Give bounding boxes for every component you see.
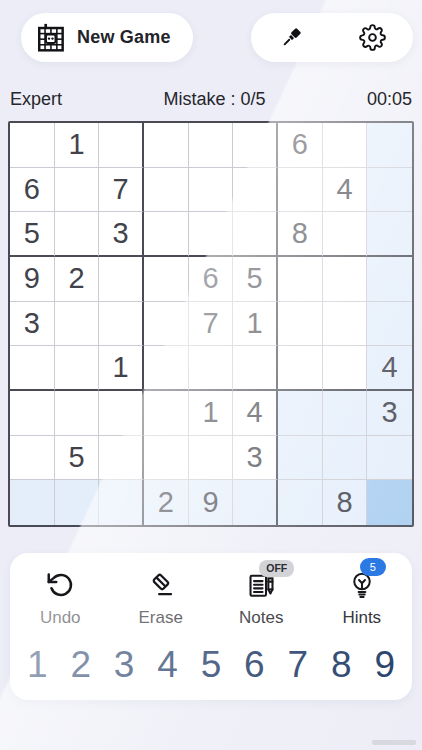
cell-r1c9[interactable] — [367, 123, 412, 168]
numpad-4[interactable]: 4 — [157, 644, 178, 686]
erase-label: Erase — [139, 608, 183, 628]
timer: 00:05 — [367, 89, 412, 110]
cell-r9c5[interactable]: 9 — [189, 480, 234, 525]
cell-r2c1[interactable]: 6 — [10, 168, 55, 213]
cell-r5c2[interactable] — [55, 302, 100, 347]
cell-r6c7[interactable] — [278, 346, 323, 391]
cell-r5c8[interactable] — [323, 302, 368, 347]
cell-r9c4[interactable]: 2 — [144, 480, 189, 525]
cell-r7c5[interactable]: 1 — [189, 391, 234, 436]
cell-r7c4[interactable] — [144, 391, 189, 436]
hints-button[interactable]: 5 Hints — [312, 569, 413, 628]
cell-r4c2[interactable]: 2 — [55, 257, 100, 302]
cell-r8c4[interactable] — [144, 436, 189, 481]
sudoku-logo-icon — [37, 23, 66, 52]
cell-r7c8[interactable] — [323, 391, 368, 436]
watermark — [372, 740, 416, 745]
hints-label: Hints — [342, 608, 381, 628]
cell-r5c5[interactable]: 7 — [189, 302, 234, 347]
top-bar: New Game — [0, 0, 422, 62]
cell-r6c9[interactable]: 4 — [367, 346, 412, 391]
numpad-7[interactable]: 7 — [288, 644, 309, 686]
cell-r9c6[interactable] — [233, 480, 278, 525]
cell-r3c3[interactable]: 3 — [99, 212, 144, 257]
cell-r5c6[interactable]: 1 — [233, 302, 278, 347]
cell-r8c6[interactable]: 3 — [233, 436, 278, 481]
cell-r3c7[interactable]: 8 — [278, 212, 323, 257]
cell-r6c8[interactable] — [323, 346, 368, 391]
cell-r3c6[interactable] — [233, 212, 278, 257]
undo-label: Undo — [40, 608, 81, 628]
cell-r2c3[interactable]: 7 — [99, 168, 144, 213]
cell-r1c4[interactable] — [144, 123, 189, 168]
cell-r8c8[interactable] — [323, 436, 368, 481]
new-game-button[interactable]: New Game — [21, 13, 193, 62]
notes-icon: OFF — [244, 569, 278, 601]
cell-r7c6[interactable]: 4 — [233, 391, 278, 436]
cell-r1c2[interactable]: 1 — [55, 123, 100, 168]
erase-button[interactable]: Erase — [111, 569, 212, 628]
cell-r8c5[interactable] — [189, 436, 234, 481]
cell-r5c3[interactable] — [99, 302, 144, 347]
numpad-9[interactable]: 9 — [374, 644, 395, 686]
cell-r4c3[interactable] — [99, 257, 144, 302]
cell-r3c2[interactable] — [55, 212, 100, 257]
cell-r9c1[interactable] — [10, 480, 55, 525]
cell-r4c8[interactable] — [323, 257, 368, 302]
cell-r8c9[interactable] — [367, 436, 412, 481]
cell-r7c2[interactable] — [55, 391, 100, 436]
notes-off-badge: OFF — [259, 560, 294, 577]
cell-r2c7[interactable] — [278, 168, 323, 213]
notes-label: Notes — [239, 608, 283, 628]
mistakes-counter: Mistake : 0/5 — [163, 89, 265, 110]
theme-brush-button[interactable] — [279, 25, 304, 50]
cell-r8c7[interactable] — [278, 436, 323, 481]
cell-r1c8[interactable] — [323, 123, 368, 168]
cell-r8c2[interactable]: 5 — [55, 436, 100, 481]
numpad-row: 123456789 — [10, 628, 412, 692]
cell-r3c8[interactable] — [323, 212, 368, 257]
cell-r9c7[interactable] — [278, 480, 323, 525]
numpad-2[interactable]: 2 — [70, 644, 91, 686]
sudoku-app-screen: New Game Expert Mis — [0, 0, 422, 750]
undo-button[interactable]: Undo — [10, 569, 111, 628]
cell-r1c1[interactable] — [10, 123, 55, 168]
undo-icon — [43, 569, 77, 601]
cell-r2c5[interactable] — [189, 168, 234, 213]
notes-button[interactable]: OFF Notes — [211, 569, 312, 628]
cell-r9c2[interactable] — [55, 480, 100, 525]
cell-r7c3[interactable] — [99, 391, 144, 436]
cell-r4c5[interactable]: 6 — [189, 257, 234, 302]
cell-r2c4[interactable] — [144, 168, 189, 213]
sudoku-board[interactable]: 1667453892653711414353298 — [8, 121, 414, 527]
cell-r1c6[interactable] — [233, 123, 278, 168]
bulb-icon: 5 — [345, 569, 379, 601]
cell-r3c5[interactable] — [189, 212, 234, 257]
cell-r8c3[interactable] — [99, 436, 144, 481]
tools-row: Undo Erase — [10, 569, 412, 628]
cell-r2c2[interactable] — [55, 168, 100, 213]
cell-r4c6[interactable]: 5 — [233, 257, 278, 302]
numpad-5[interactable]: 5 — [201, 644, 222, 686]
cell-r7c9[interactable]: 3 — [367, 391, 412, 436]
numpad-6[interactable]: 6 — [244, 644, 265, 686]
cell-r6c6[interactable] — [233, 346, 278, 391]
cell-r6c4[interactable] — [144, 346, 189, 391]
cell-r9c8[interactable]: 8 — [323, 480, 368, 525]
numpad-1[interactable]: 1 — [27, 644, 48, 686]
cell-r5c7[interactable] — [278, 302, 323, 347]
cell-r4c1[interactable]: 9 — [10, 257, 55, 302]
cell-r4c7[interactable] — [278, 257, 323, 302]
cell-r6c2[interactable] — [55, 346, 100, 391]
cell-r2c9[interactable] — [367, 168, 412, 213]
cell-r6c1[interactable] — [10, 346, 55, 391]
settings-gear-button[interactable] — [359, 24, 386, 51]
cell-r1c7[interactable]: 6 — [278, 123, 323, 168]
cell-r2c6[interactable] — [233, 168, 278, 213]
numpad-8[interactable]: 8 — [331, 644, 352, 686]
cell-r5c9[interactable] — [367, 302, 412, 347]
new-game-label: New Game — [77, 27, 171, 48]
eraser-icon — [144, 569, 178, 601]
cell-r6c3[interactable]: 1 — [99, 346, 144, 391]
status-bar: Expert Mistake : 0/5 00:05 — [10, 89, 412, 110]
cell-r4c4[interactable] — [144, 257, 189, 302]
cell-r3c1[interactable]: 5 — [10, 212, 55, 257]
cell-r7c1[interactable] — [10, 391, 55, 436]
numpad-3[interactable]: 3 — [114, 644, 135, 686]
cell-r7c7[interactable] — [278, 391, 323, 436]
cell-r5c1[interactable]: 3 — [10, 302, 55, 347]
cell-r9c3[interactable] — [99, 480, 144, 525]
topbar-actions — [251, 13, 413, 62]
hints-count-badge: 5 — [360, 558, 386, 576]
difficulty-label[interactable]: Expert — [10, 89, 62, 110]
cell-r6c5[interactable] — [189, 346, 234, 391]
cell-r1c3[interactable] — [99, 123, 144, 168]
cell-r9c9[interactable] — [367, 480, 412, 525]
cell-r3c9[interactable] — [367, 212, 412, 257]
control-panel: Undo Erase — [10, 553, 412, 700]
cell-r5c4[interactable] — [144, 302, 189, 347]
cell-r1c5[interactable] — [189, 123, 234, 168]
cell-r8c1[interactable] — [10, 436, 55, 481]
cell-r2c8[interactable]: 4 — [323, 168, 368, 213]
cell-r3c4[interactable] — [144, 212, 189, 257]
cell-r4c9[interactable] — [367, 257, 412, 302]
